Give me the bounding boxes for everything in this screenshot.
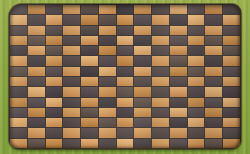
board-cell — [63, 128, 80, 137]
board-cell — [117, 128, 134, 137]
board-cell — [10, 15, 27, 24]
board-cell — [46, 98, 63, 107]
board-cell — [152, 5, 169, 14]
board-cell — [28, 87, 45, 96]
board-cell — [134, 77, 151, 86]
board-cell — [117, 15, 134, 24]
board-cell — [188, 128, 205, 137]
board-cell — [134, 87, 151, 96]
board-cell — [205, 87, 222, 96]
board-cell — [134, 139, 151, 148]
board-cell — [28, 56, 45, 65]
board-cell — [223, 98, 240, 107]
board-cell — [117, 118, 134, 127]
board-cell — [152, 15, 169, 24]
board-cell — [81, 87, 98, 96]
board-cell — [28, 118, 45, 127]
board-cell — [188, 98, 205, 107]
board-cell — [205, 98, 222, 107]
board-cell — [152, 118, 169, 127]
board-cell — [63, 77, 80, 86]
board-cell — [170, 56, 187, 65]
board-cell — [81, 118, 98, 127]
board-cell — [170, 36, 187, 45]
board-cell — [81, 15, 98, 24]
board-cell — [99, 56, 116, 65]
board-cell — [205, 46, 222, 55]
board-cell — [205, 15, 222, 24]
board-cell — [81, 139, 98, 148]
board-cell — [46, 108, 63, 117]
board-cell — [188, 87, 205, 96]
board-cell — [170, 128, 187, 137]
board-cell — [170, 77, 187, 86]
board-cell — [205, 108, 222, 117]
board-cell — [117, 67, 134, 76]
board-cell — [10, 5, 27, 14]
board-cell — [117, 87, 134, 96]
board-cell — [152, 26, 169, 35]
board-cell — [152, 108, 169, 117]
board-cell — [117, 77, 134, 86]
board-cell — [99, 118, 116, 127]
board-cell — [10, 36, 27, 45]
board-cell — [81, 36, 98, 45]
board-cell — [63, 108, 80, 117]
board-cell — [10, 118, 27, 127]
board-cell — [81, 77, 98, 86]
board-cell — [28, 26, 45, 35]
board-cell — [205, 139, 222, 148]
board-cell — [81, 98, 98, 107]
board-cell — [99, 36, 116, 45]
board-cell — [10, 87, 27, 96]
board-cell — [117, 139, 134, 148]
board-cell — [117, 98, 134, 107]
board-cell — [10, 98, 27, 107]
board-cell — [99, 77, 116, 86]
board-cell — [223, 77, 240, 86]
board-cell — [205, 26, 222, 35]
board-cell — [134, 118, 151, 127]
board-cell — [46, 87, 63, 96]
board-cell — [188, 15, 205, 24]
board-cell — [223, 108, 240, 117]
board-cell — [152, 128, 169, 137]
board-cell — [117, 108, 134, 117]
board-cell — [46, 128, 63, 137]
board-cell — [188, 56, 205, 65]
board-cell — [134, 46, 151, 55]
board-cell — [223, 46, 240, 55]
board-cell — [99, 98, 116, 107]
board-cell — [134, 67, 151, 76]
board-cell — [223, 87, 240, 96]
board-cell — [99, 108, 116, 117]
board-cell — [28, 108, 45, 117]
board-cell — [81, 5, 98, 14]
board-cell — [99, 46, 116, 55]
board-cell — [28, 36, 45, 45]
board-cell — [81, 128, 98, 137]
board-cell — [63, 36, 80, 45]
board-cell — [188, 118, 205, 127]
board-cell — [223, 118, 240, 127]
board-cell — [10, 77, 27, 86]
board-cell — [205, 128, 222, 137]
board-cell — [223, 26, 240, 35]
board-cell — [170, 15, 187, 24]
board-cell — [46, 56, 63, 65]
board-cell — [152, 46, 169, 55]
board-cell — [223, 56, 240, 65]
board-cell — [152, 139, 169, 148]
board-cell — [223, 36, 240, 45]
board-cell — [134, 26, 151, 35]
board-cell — [223, 15, 240, 24]
board-cell — [152, 36, 169, 45]
checkerboard-grid — [9, 4, 241, 149]
board-cell — [10, 128, 27, 137]
cutting-board — [9, 4, 241, 149]
board-cell — [188, 77, 205, 86]
board-cell — [188, 5, 205, 14]
board-cell — [99, 139, 116, 148]
board-cell — [223, 139, 240, 148]
board-cell — [170, 67, 187, 76]
board-cell — [170, 108, 187, 117]
board-cell — [81, 67, 98, 76]
board-cell — [205, 56, 222, 65]
board-cell — [99, 5, 116, 14]
board-cell — [134, 108, 151, 117]
board-cell — [63, 26, 80, 35]
board-cell — [46, 36, 63, 45]
board-cell — [46, 67, 63, 76]
board-cell — [63, 56, 80, 65]
board-cell — [63, 87, 80, 96]
board-cell — [188, 139, 205, 148]
board-cell — [205, 118, 222, 127]
board-cell — [46, 118, 63, 127]
board-cell — [28, 46, 45, 55]
board-cell — [46, 26, 63, 35]
board-cell — [99, 26, 116, 35]
board-cell — [28, 98, 45, 107]
board-cell — [152, 77, 169, 86]
board-cell — [117, 56, 134, 65]
board-cell — [63, 5, 80, 14]
board-cell — [46, 46, 63, 55]
board-cell — [188, 108, 205, 117]
board-cell — [223, 67, 240, 76]
board-cell — [10, 139, 27, 148]
board-cell — [46, 139, 63, 148]
board-cell — [63, 139, 80, 148]
board-cell — [170, 98, 187, 107]
board-cell — [28, 5, 45, 14]
board-cell — [152, 87, 169, 96]
board-cell — [99, 15, 116, 24]
board-cell — [170, 26, 187, 35]
board-cell — [81, 108, 98, 117]
board-cell — [152, 67, 169, 76]
board-cell — [205, 5, 222, 14]
board-cell — [99, 128, 116, 137]
board-cell — [223, 5, 240, 14]
board-cell — [28, 77, 45, 86]
board-cell — [46, 15, 63, 24]
board-cell — [188, 26, 205, 35]
board-cell — [170, 5, 187, 14]
board-cell — [81, 26, 98, 35]
board-cell — [63, 98, 80, 107]
board-cell — [188, 46, 205, 55]
board-cell — [205, 36, 222, 45]
board-cell — [188, 67, 205, 76]
board-cell — [170, 139, 187, 148]
board-cell — [46, 5, 63, 14]
board-cell — [134, 5, 151, 14]
board-cell — [134, 128, 151, 137]
board-cell — [188, 36, 205, 45]
photo-background — [0, 0, 250, 154]
board-cell — [170, 118, 187, 127]
board-cell — [152, 56, 169, 65]
board-cell — [81, 56, 98, 65]
board-cell — [134, 36, 151, 45]
board-cell — [99, 67, 116, 76]
board-cell — [28, 128, 45, 137]
board-cell — [117, 36, 134, 45]
board-cell — [46, 77, 63, 86]
board-cell — [10, 46, 27, 55]
board-cell — [28, 67, 45, 76]
board-cell — [170, 87, 187, 96]
board-cell — [134, 15, 151, 24]
board-cell — [10, 56, 27, 65]
board-cell — [10, 108, 27, 117]
board-cell — [223, 128, 240, 137]
board-cell — [205, 77, 222, 86]
board-cell — [63, 118, 80, 127]
board-cell — [28, 139, 45, 148]
board-cell — [152, 98, 169, 107]
board-cell — [134, 56, 151, 65]
board-cell — [28, 15, 45, 24]
board-cell — [117, 46, 134, 55]
board-cell — [10, 26, 27, 35]
board-cell — [10, 67, 27, 76]
board-cell — [81, 46, 98, 55]
board-cell — [134, 98, 151, 107]
board-cell — [117, 5, 134, 14]
board-cell — [205, 67, 222, 76]
board-cell — [63, 67, 80, 76]
board-cell — [170, 46, 187, 55]
board-cell — [99, 87, 116, 96]
board-cell — [117, 26, 134, 35]
board-cell — [63, 15, 80, 24]
board-cell — [63, 46, 80, 55]
